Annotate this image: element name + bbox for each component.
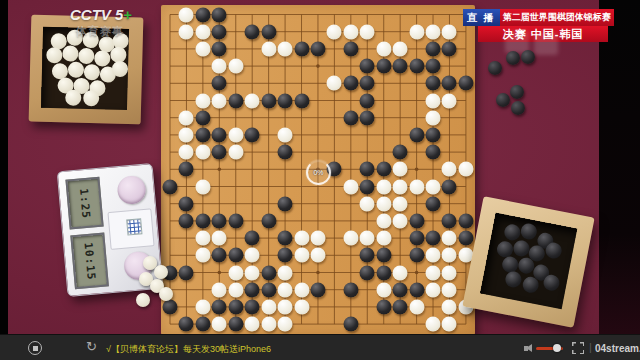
white-stone [261, 41, 276, 56]
black-stone [393, 59, 408, 74]
white-bowl-stone [62, 45, 78, 61]
white-stone [195, 145, 210, 160]
white-stone [294, 231, 309, 246]
black-stone [278, 231, 293, 246]
black-stone [278, 145, 293, 160]
black-stone [261, 265, 276, 280]
captured-black-stone [510, 85, 524, 99]
clock-center-panel [107, 208, 154, 250]
black-stone [458, 231, 473, 246]
clock-button-top [116, 175, 146, 205]
white-bowl-stone [83, 90, 99, 106]
white-bowl-stone [78, 48, 94, 64]
player-control-bar: ↻ √【贝博体育论坛】每天发30帖送iPhone6 | 04stream.tv [0, 334, 640, 360]
black-stone [294, 41, 309, 56]
black-stone [163, 299, 178, 314]
white-stone [409, 299, 424, 314]
clock-upper-display: 1:25 [65, 177, 103, 230]
white-stone [195, 24, 210, 39]
white-stone [278, 299, 293, 314]
white-stone [278, 317, 293, 332]
black-stone [442, 76, 457, 91]
white-stone [442, 248, 457, 263]
black-stone [360, 93, 375, 108]
white-stone [426, 110, 441, 125]
black-stone [393, 299, 408, 314]
white-stone [409, 179, 424, 194]
black-bowl-stone [544, 241, 563, 260]
black-stone [458, 213, 473, 228]
black-stone [343, 76, 358, 91]
white-stone [195, 93, 210, 108]
buffering-spinner: 0% [305, 159, 332, 186]
black-stone [212, 127, 227, 142]
refresh-button[interactable]: ↻ [86, 339, 97, 354]
white-stone [393, 179, 408, 194]
white-stone [245, 265, 260, 280]
white-stone [278, 265, 293, 280]
white-stone [245, 93, 260, 108]
white-stone [261, 317, 276, 332]
black-stone [376, 265, 391, 280]
black-stone [179, 213, 194, 228]
black-stone [228, 93, 243, 108]
black-stone [212, 145, 227, 160]
black-stone [426, 41, 441, 56]
white-stone [179, 127, 194, 142]
stop-button[interactable] [28, 341, 42, 355]
black-stone [195, 317, 210, 332]
clock-label-icon [126, 218, 142, 235]
black-stone [376, 248, 391, 263]
ticker-text: √【贝博体育论坛】每天发30帖送iPhone6 [106, 343, 271, 356]
white-stone [310, 248, 325, 263]
white-stone [179, 145, 194, 160]
black-stone [212, 299, 227, 314]
black-stone [212, 24, 227, 39]
white-stone [393, 196, 408, 211]
black-stone [376, 162, 391, 177]
white-bowl-stone [46, 47, 62, 63]
captured-black-stone [506, 51, 520, 65]
left-letterbox-bar [0, 0, 8, 334]
event-title: 第二届世界围棋团体锦标赛 [500, 9, 614, 26]
white-stone [261, 299, 276, 314]
white-stone [442, 282, 457, 297]
white-bowl-stone [112, 61, 128, 77]
captured-black-stone [511, 101, 525, 115]
black-stone [163, 179, 178, 194]
black-stone [228, 317, 243, 332]
white-stone [327, 24, 342, 39]
black-stone [409, 127, 424, 142]
white-stone [360, 24, 375, 39]
white-stones-bowl-interior [41, 27, 129, 110]
black-stone [426, 196, 441, 211]
white-stone [212, 317, 227, 332]
black-stone [294, 93, 309, 108]
white-stone [376, 231, 391, 246]
black-stone [426, 59, 441, 74]
black-stone [245, 127, 260, 142]
white-stone [393, 162, 408, 177]
white-stone [228, 59, 243, 74]
black-stone [360, 76, 375, 91]
plus-icon: + [123, 6, 132, 23]
captured-white-stone [154, 265, 168, 279]
black-stone [195, 127, 210, 142]
black-stone [179, 162, 194, 177]
white-stone [426, 317, 441, 332]
black-stone [228, 299, 243, 314]
black-stone [442, 213, 457, 228]
white-stone [442, 93, 457, 108]
black-stone [458, 76, 473, 91]
black-stone [426, 145, 441, 160]
black-stone [409, 213, 424, 228]
black-stone [212, 248, 227, 263]
black-stone [409, 231, 424, 246]
ghost-watermark [534, 33, 558, 55]
white-stone [409, 24, 424, 39]
black-stone [195, 213, 210, 228]
fullscreen-button[interactable] [572, 342, 584, 354]
black-stone [376, 299, 391, 314]
white-stone [294, 299, 309, 314]
white-stone [376, 41, 391, 56]
black-stone [261, 282, 276, 297]
white-stone [376, 196, 391, 211]
star-point [415, 271, 419, 275]
star-point [316, 271, 320, 275]
white-stone [426, 179, 441, 194]
black-stone [179, 196, 194, 211]
white-stone [228, 282, 243, 297]
black-bowl-stone [542, 273, 561, 292]
white-stone [278, 127, 293, 142]
black-stone [212, 213, 227, 228]
white-stone [179, 110, 194, 125]
white-stone [294, 248, 309, 263]
white-stone [442, 317, 457, 332]
black-stone [278, 248, 293, 263]
white-stone [343, 24, 358, 39]
white-stone [278, 41, 293, 56]
white-stone [376, 179, 391, 194]
star-point [415, 168, 419, 172]
black-stone [360, 59, 375, 74]
black-stone [343, 110, 358, 125]
captured-black-stone [521, 50, 535, 64]
white-bowl-stone [94, 50, 110, 66]
white-stone [426, 282, 441, 297]
white-stone [442, 265, 457, 280]
white-stone [245, 248, 260, 263]
white-stone [228, 127, 243, 142]
black-stone [409, 248, 424, 263]
white-stone [426, 93, 441, 108]
white-stone [360, 231, 375, 246]
black-stone [360, 162, 375, 177]
white-stone [327, 76, 342, 91]
black-stone [261, 213, 276, 228]
spinner-ring-icon [306, 160, 331, 185]
black-stone [261, 24, 276, 39]
black-stone [343, 282, 358, 297]
black-stone [310, 41, 325, 56]
captured-black-stone [488, 61, 502, 75]
black-stone [376, 59, 391, 74]
white-stone [442, 162, 457, 177]
video-frame: 1:25 10:15 0% CCTV 5+ 体育赛事 直 播 第二届世界围棋团体… [0, 0, 640, 360]
live-badge: 直 播 [463, 9, 500, 26]
white-stone [442, 231, 457, 246]
white-stone [426, 24, 441, 39]
black-stone [409, 59, 424, 74]
white-stone [195, 299, 210, 314]
white-stone [195, 231, 210, 246]
black-stone [245, 282, 260, 297]
black-stones-bowl [462, 196, 594, 328]
white-bowl-stone [65, 89, 81, 105]
black-stone [228, 248, 243, 263]
captured-white-stone [159, 287, 173, 301]
white-stone [376, 213, 391, 228]
white-stone [212, 93, 227, 108]
white-bowl-stone [84, 64, 100, 80]
black-stone [343, 317, 358, 332]
black-stone [426, 76, 441, 91]
white-stone [458, 162, 473, 177]
white-stone [195, 179, 210, 194]
black-bowl-stone [519, 222, 538, 241]
black-bowl-stone [504, 270, 523, 289]
stop-icon [33, 346, 38, 351]
white-stone [228, 145, 243, 160]
white-stone [278, 282, 293, 297]
black-stone [393, 145, 408, 160]
black-stone [245, 231, 260, 246]
black-stone [442, 179, 457, 194]
white-stone [343, 231, 358, 246]
black-stone [261, 93, 276, 108]
black-stone [245, 24, 260, 39]
white-stone [376, 282, 391, 297]
bar-separator: | [589, 341, 592, 353]
white-stone [310, 231, 325, 246]
white-stone [195, 41, 210, 56]
black-stone [212, 7, 227, 22]
black-stone [360, 248, 375, 263]
white-stone [179, 7, 194, 22]
white-stone [343, 179, 358, 194]
black-stone [409, 282, 424, 297]
black-stone [278, 196, 293, 211]
captured-black-stone [496, 93, 510, 107]
white-stone [212, 282, 227, 297]
white-stone [228, 265, 243, 280]
black-stone [343, 41, 358, 56]
black-stone [360, 179, 375, 194]
white-stone [426, 265, 441, 280]
black-stone [179, 317, 194, 332]
black-stone [228, 213, 243, 228]
channel-logo-subtext: 体育赛事 [76, 24, 132, 39]
white-bowl-stone [68, 62, 84, 78]
white-stone [360, 196, 375, 211]
white-stone [245, 317, 260, 332]
channel-logo-text: CCTV 5+ [70, 6, 132, 23]
black-stone [393, 282, 408, 297]
black-stone [212, 76, 227, 91]
black-bowl-stone [503, 223, 522, 242]
black-stone [179, 265, 194, 280]
black-stone [278, 93, 293, 108]
white-stone [393, 213, 408, 228]
black-stones-bowl-interior [480, 213, 577, 309]
white-stone [195, 248, 210, 263]
white-stone [179, 24, 194, 39]
black-stone [426, 231, 441, 246]
white-stone [442, 299, 457, 314]
black-stone [195, 7, 210, 22]
black-stone [360, 110, 375, 125]
white-stone [442, 24, 457, 39]
white-stone [426, 248, 441, 263]
black-stone [442, 41, 457, 56]
stream-brand: 04stream.tv [595, 343, 640, 354]
star-point [218, 168, 222, 172]
black-stone [426, 127, 441, 142]
clock-lower-display: 10:15 [70, 233, 109, 290]
captured-white-stone [136, 293, 150, 307]
black-stone [360, 265, 375, 280]
star-point [218, 271, 222, 275]
white-stone [393, 265, 408, 280]
black-stone [212, 41, 227, 56]
volume-slider-handle[interactable] [553, 344, 561, 352]
black-stone [310, 282, 325, 297]
channel-logo: CCTV 5+ 体育赛事 [70, 6, 132, 39]
white-stone [294, 282, 309, 297]
white-stone [212, 231, 227, 246]
white-stone [212, 59, 227, 74]
black-stone [245, 299, 260, 314]
star-point [316, 64, 320, 68]
white-stone [393, 41, 408, 56]
right-letterbox-bar [599, 0, 640, 334]
black-stone [195, 110, 210, 125]
